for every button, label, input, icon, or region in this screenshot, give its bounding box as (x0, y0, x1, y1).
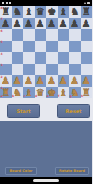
square-f4[interactable] (58, 52, 70, 64)
app-status-icon (9, 2, 11, 5)
square-b4[interactable] (12, 52, 24, 64)
piece-white-pawn[interactable]: ♟ (35, 75, 47, 87)
square-d5[interactable] (35, 41, 47, 53)
square-e6[interactable] (46, 29, 58, 41)
piece-black-king[interactable]: ♚ (46, 6, 58, 18)
square-c4[interactable] (23, 52, 35, 64)
square-f6[interactable] (58, 29, 70, 41)
square-a1[interactable]: 1a♜ (0, 87, 12, 99)
piece-black-pawn[interactable]: ♟ (46, 18, 58, 30)
file-label-g: g (70, 95, 72, 98)
square-h5[interactable] (81, 41, 93, 53)
square-f2[interactable]: ♟ (58, 75, 70, 87)
piece-black-pawn[interactable]: ♟ (35, 18, 47, 30)
piece-white-pawn[interactable]: ♟ (12, 75, 24, 87)
file-label-h: h (81, 95, 83, 98)
piece-white-pawn[interactable]: ♟ (46, 75, 58, 87)
square-g2[interactable]: ♟ (69, 75, 81, 87)
rank-label-5: 5 (1, 41, 3, 44)
file-label-d: d (35, 95, 37, 98)
square-f7[interactable]: ♟ (58, 18, 70, 30)
square-a8[interactable]: 8♜ (0, 6, 12, 18)
reset-button[interactable]: Reset (57, 104, 90, 118)
square-c2[interactable]: ♟ (23, 75, 35, 87)
square-e1[interactable]: e♚ (46, 87, 58, 99)
piece-white-pawn[interactable]: ♟ (69, 75, 81, 87)
square-d2[interactable]: ♟ (35, 75, 47, 87)
rank-label-7: 7 (1, 18, 3, 21)
square-b2[interactable]: ♟ (12, 75, 24, 87)
file-label-c: c (24, 95, 26, 98)
rank-label-3: 3 (1, 64, 3, 67)
square-h6[interactable] (81, 29, 93, 41)
square-g1[interactable]: g♞ (69, 87, 81, 99)
rotate-board-button[interactable]: Rotate Board (55, 167, 89, 175)
piece-black-knight[interactable]: ♞ (12, 6, 24, 18)
start-button[interactable]: Start (7, 104, 40, 118)
rank-label-1: 1 (1, 87, 3, 90)
battery-icon (87, 2, 90, 5)
square-d8[interactable]: ♛ (35, 6, 47, 18)
square-h7[interactable]: ♟ (81, 18, 93, 30)
clock-icon (2, 2, 4, 5)
square-e3[interactable] (46, 64, 58, 76)
bottom-panel: Board Color Rotate Board (0, 121, 92, 177)
square-c8[interactable]: ♝ (23, 6, 35, 18)
square-f5[interactable] (58, 41, 70, 53)
piece-black-queen[interactable]: ♛ (35, 6, 47, 18)
square-a3[interactable]: 3 (0, 64, 12, 76)
square-g7[interactable]: ♟ (69, 18, 81, 30)
square-d3[interactable] (35, 64, 47, 76)
square-c7[interactable]: ♟ (23, 18, 35, 30)
navigation-bar (0, 177, 92, 184)
square-g3[interactable] (69, 64, 81, 76)
square-d4[interactable] (35, 52, 47, 64)
piece-black-pawn[interactable]: ♟ (23, 18, 35, 30)
piece-black-pawn[interactable]: ♟ (12, 18, 24, 30)
rank-label-6: 6 (1, 30, 3, 33)
square-e2[interactable]: ♟ (46, 75, 58, 87)
piece-black-knight[interactable]: ♞ (69, 6, 81, 18)
square-b8[interactable]: ♞ (12, 6, 24, 18)
square-d1[interactable]: d♛ (35, 87, 47, 99)
square-c3[interactable] (23, 64, 35, 76)
square-a4[interactable]: 4 (0, 52, 12, 64)
square-e5[interactable] (46, 41, 58, 53)
notification-icon (6, 2, 8, 5)
square-h2[interactable]: ♟ (81, 75, 93, 87)
file-label-f: f (58, 95, 59, 98)
file-label-e: e (47, 95, 49, 98)
rank-label-2: 2 (1, 76, 3, 79)
square-c6[interactable] (23, 29, 35, 41)
square-b5[interactable] (12, 41, 24, 53)
square-b1[interactable]: b♞ (12, 87, 24, 99)
square-h8[interactable]: ♜ (81, 6, 93, 18)
rank-label-4: 4 (1, 53, 3, 56)
piece-black-bishop[interactable]: ♝ (23, 6, 35, 18)
file-label-b: b (12, 95, 14, 98)
square-g5[interactable] (69, 41, 81, 53)
status-left-icons (2, 2, 11, 5)
square-a6[interactable]: 6 (0, 29, 12, 41)
square-b3[interactable] (12, 64, 24, 76)
piece-white-pawn[interactable]: ♟ (58, 75, 70, 87)
piece-black-rook[interactable]: ♜ (81, 6, 93, 18)
square-e8[interactable]: ♚ (46, 6, 58, 18)
status-right-icons (84, 2, 91, 5)
square-c1[interactable]: c♝ (23, 87, 35, 99)
square-h3[interactable] (81, 64, 93, 76)
square-g6[interactable] (69, 29, 81, 41)
square-h1[interactable]: h♜ (81, 87, 93, 99)
square-e4[interactable] (46, 52, 58, 64)
piece-white-pawn[interactable]: ♟ (81, 75, 93, 87)
board-color-button[interactable]: Board Color (5, 167, 37, 175)
square-f1[interactable]: f♝ (58, 87, 70, 99)
chess-board[interactable]: 8♜♞♝♛♚♝♞♜7♟♟♟♟♟♟♟♟65432♟♟♟♟♟♟♟♟1a♜b♞c♝d♛… (0, 6, 92, 98)
square-d6[interactable] (35, 29, 47, 41)
square-e7[interactable]: ♟ (46, 18, 58, 30)
square-g8[interactable]: ♞ (69, 6, 81, 18)
square-b6[interactable] (12, 29, 24, 41)
piece-black-bishop[interactable]: ♝ (58, 6, 70, 18)
square-f8[interactable]: ♝ (58, 6, 70, 18)
square-h4[interactable] (81, 52, 93, 64)
piece-black-pawn[interactable]: ♟ (58, 18, 70, 30)
piece-black-pawn[interactable]: ♟ (69, 18, 81, 30)
piece-black-pawn[interactable]: ♟ (81, 18, 93, 30)
file-label-a: a (1, 95, 3, 98)
square-d7[interactable]: ♟ (35, 18, 47, 30)
square-f3[interactable] (58, 64, 70, 76)
square-a5[interactable]: 5 (0, 41, 12, 53)
square-a7[interactable]: 7♟ (0, 18, 12, 30)
gesture-handle[interactable] (33, 179, 59, 182)
square-b7[interactable]: ♟ (12, 18, 24, 30)
square-g4[interactable] (69, 52, 81, 64)
piece-white-pawn[interactable]: ♟ (23, 75, 35, 87)
square-c5[interactable] (23, 41, 35, 53)
wifi-icon (84, 2, 86, 4)
square-a2[interactable]: 2♟ (0, 75, 12, 87)
rank-label-8: 8 (1, 7, 3, 10)
